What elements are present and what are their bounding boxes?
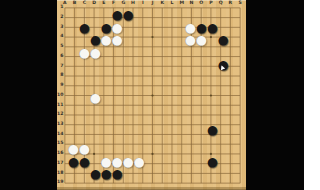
intersection-Q8[interactable]: [218, 78, 229, 85]
intersection-L12[interactable]: [169, 111, 177, 118]
intersection-Q16[interactable]: [218, 143, 229, 156]
intersection-Q7[interactable]: [218, 72, 229, 79]
intersection-M8[interactable]: [177, 78, 185, 85]
intersection-S2[interactable]: [237, 9, 245, 22]
intersection-H7[interactable]: [134, 72, 145, 79]
intersection-C3[interactable]: ●: [79, 22, 90, 35]
intersection-R6[interactable]: [229, 59, 237, 72]
intersection-O8[interactable]: [196, 78, 207, 85]
intersection-J15[interactable]: [153, 137, 161, 144]
intersection-L11[interactable]: [169, 104, 177, 111]
intersection-C1[interactable]: [79, 3, 90, 10]
intersection-M18[interactable]: [177, 168, 185, 181]
intersection-K2[interactable]: [161, 9, 169, 22]
intersection-L13[interactable]: [169, 118, 177, 125]
intersection-O15[interactable]: [196, 137, 207, 144]
intersection-E4[interactable]: ●: [101, 34, 112, 47]
intersection-O10[interactable]: [196, 92, 207, 105]
intersection-R18[interactable]: [229, 168, 237, 181]
intersection-K3[interactable]: [161, 22, 169, 35]
intersection-Q12[interactable]: [218, 111, 229, 118]
intersection-O17[interactable]: [196, 156, 207, 169]
intersection-N11[interactable]: [185, 104, 196, 111]
intersection-H13[interactable]: [134, 118, 145, 125]
intersection-B14[interactable]: [68, 124, 79, 137]
intersection-F15[interactable]: [112, 137, 123, 144]
intersection-D18[interactable]: ●: [90, 168, 101, 181]
intersection-N7[interactable]: [185, 72, 196, 79]
intersection-H11[interactable]: [134, 104, 145, 111]
intersection-S12[interactable]: [237, 111, 245, 118]
intersection-P17[interactable]: ●: [207, 156, 218, 169]
intersection-J4[interactable]: [153, 34, 161, 47]
intersection-S17[interactable]: [237, 156, 245, 169]
intersection-S14[interactable]: [237, 124, 245, 137]
intersection-M13[interactable]: [177, 118, 185, 125]
intersection-L4[interactable]: [169, 34, 177, 47]
intersection-K4[interactable]: [161, 34, 169, 47]
intersection-K6[interactable]: [161, 59, 169, 72]
intersection-S13[interactable]: [237, 118, 245, 125]
intersection-I16[interactable]: [145, 143, 153, 156]
intersection-G2[interactable]: ●: [123, 9, 134, 22]
intersection-B11[interactable]: [68, 104, 79, 111]
intersection-J18[interactable]: [153, 168, 161, 181]
intersection-I6[interactable]: [145, 59, 153, 72]
intersection-Q11[interactable]: [218, 104, 229, 111]
intersection-P14[interactable]: ●: [207, 124, 218, 137]
intersection-P1[interactable]: [207, 3, 218, 10]
intersection-I17[interactable]: [145, 156, 153, 169]
intersection-J9[interactable]: [153, 85, 161, 92]
intersection-F9[interactable]: [112, 85, 123, 92]
intersection-A5[interactable]: [60, 47, 68, 60]
intersection-P3[interactable]: ●: [207, 22, 218, 35]
intersection-G10[interactable]: [123, 92, 134, 105]
intersection-H15[interactable]: [134, 137, 145, 144]
intersection-M7[interactable]: [177, 72, 185, 79]
intersection-S15[interactable]: [237, 137, 245, 144]
intersection-I10[interactable]: [145, 92, 153, 105]
intersection-N15[interactable]: [185, 137, 196, 144]
intersection-O13[interactable]: [196, 118, 207, 125]
intersection-B4[interactable]: [68, 34, 79, 47]
intersection-N8[interactable]: [185, 78, 196, 85]
intersection-S18[interactable]: [237, 168, 245, 181]
intersection-F6[interactable]: [112, 59, 123, 72]
intersection-G9[interactable]: [123, 85, 134, 92]
intersection-G6[interactable]: [123, 59, 134, 72]
intersection-C5[interactable]: ●: [79, 47, 90, 60]
intersection-K18[interactable]: [161, 168, 169, 181]
intersection-K16[interactable]: [161, 143, 169, 156]
intersection-R2[interactable]: [229, 9, 237, 22]
intersection-N12[interactable]: [185, 111, 196, 118]
intersection-N13[interactable]: [185, 118, 196, 125]
intersection-F4[interactable]: ●: [112, 34, 123, 47]
intersection-P15[interactable]: [207, 137, 218, 144]
intersection-G17[interactable]: ●: [123, 156, 134, 169]
intersection-R10[interactable]: [229, 92, 237, 105]
intersection-Q2[interactable]: [218, 9, 229, 22]
intersection-D13[interactable]: [90, 118, 101, 125]
intersection-L18[interactable]: [169, 168, 177, 181]
intersection-P18[interactable]: [207, 168, 218, 181]
intersection-B9[interactable]: [68, 85, 79, 92]
intersection-M9[interactable]: [177, 85, 185, 92]
intersection-C9[interactable]: [79, 85, 90, 92]
intersection-D16[interactable]: [90, 143, 101, 156]
intersection-C14[interactable]: [79, 124, 90, 137]
intersection-R13[interactable]: [229, 118, 237, 125]
intersection-Q18[interactable]: [218, 168, 229, 181]
intersection-R5[interactable]: [229, 47, 237, 60]
intersection-L2[interactable]: [169, 9, 177, 22]
intersection-A9[interactable]: [60, 85, 68, 92]
intersection-F10[interactable]: [112, 92, 123, 105]
intersection-Q13[interactable]: [218, 118, 229, 125]
intersection-A7[interactable]: [60, 72, 68, 79]
intersection-P4[interactable]: [207, 34, 218, 47]
intersection-G14[interactable]: [123, 124, 134, 137]
intersection-M17[interactable]: [177, 156, 185, 169]
intersection-E13[interactable]: [101, 118, 112, 125]
intersection-E12[interactable]: [101, 111, 112, 118]
intersection-Q4[interactable]: ●: [218, 34, 229, 47]
intersection-A4[interactable]: [60, 34, 68, 47]
intersection-K7[interactable]: [161, 72, 169, 79]
intersection-H12[interactable]: [134, 111, 145, 118]
intersection-D10[interactable]: ●: [90, 92, 101, 105]
intersection-H9[interactable]: [134, 85, 145, 92]
intersection-I8[interactable]: [145, 78, 153, 85]
intersection-J5[interactable]: [153, 47, 161, 60]
intersection-O9[interactable]: [196, 85, 207, 92]
intersection-R7[interactable]: [229, 72, 237, 79]
intersection-S11[interactable]: [237, 104, 245, 111]
intersection-J17[interactable]: [153, 156, 161, 169]
intersection-O6[interactable]: [196, 59, 207, 72]
intersection-H18[interactable]: [134, 168, 145, 181]
intersection-L1[interactable]: [169, 3, 177, 10]
intersection-M4[interactable]: [177, 34, 185, 47]
intersection-I5[interactable]: [145, 47, 153, 60]
intersection-A3[interactable]: [60, 22, 68, 35]
intersection-M6[interactable]: [177, 59, 185, 72]
intersection-S16[interactable]: [237, 143, 245, 156]
intersection-R14[interactable]: [229, 124, 237, 137]
intersection-L7[interactable]: [169, 72, 177, 79]
intersection-H8[interactable]: [134, 78, 145, 85]
intersection-B10[interactable]: [68, 92, 79, 105]
intersection-Q14[interactable]: [218, 124, 229, 137]
intersection-O12[interactable]: [196, 111, 207, 118]
intersection-I15[interactable]: [145, 137, 153, 144]
intersection-Q1[interactable]: [218, 3, 229, 10]
intersection-L6[interactable]: [169, 59, 177, 72]
intersection-A6[interactable]: [60, 59, 68, 72]
intersection-L15[interactable]: [169, 137, 177, 144]
intersection-A13[interactable]: [60, 118, 68, 125]
intersection-J3[interactable]: [153, 22, 161, 35]
intersection-I12[interactable]: [145, 111, 153, 118]
intersection-M16[interactable]: [177, 143, 185, 156]
intersection-M2[interactable]: [177, 9, 185, 22]
intersection-N16[interactable]: [185, 143, 196, 156]
intersection-D14[interactable]: [90, 124, 101, 137]
intersection-E7[interactable]: [101, 72, 112, 79]
intersection-L9[interactable]: [169, 85, 177, 92]
intersection-L3[interactable]: [169, 22, 177, 35]
intersection-H5[interactable]: [134, 47, 145, 60]
intersection-G8[interactable]: [123, 78, 134, 85]
intersection-K5[interactable]: [161, 47, 169, 60]
intersection-M3[interactable]: [177, 22, 185, 35]
intersection-D7[interactable]: [90, 72, 101, 79]
intersection-P9[interactable]: [207, 85, 218, 92]
intersection-K17[interactable]: [161, 156, 169, 169]
intersection-D6[interactable]: [90, 59, 101, 72]
intersection-B13[interactable]: [68, 118, 79, 125]
intersection-G4[interactable]: [123, 34, 134, 47]
intersection-A8[interactable]: [60, 78, 68, 85]
intersection-A1[interactable]: [60, 3, 68, 10]
intersection-Q10[interactable]: [218, 92, 229, 105]
intersection-E10[interactable]: [101, 92, 112, 105]
intersection-J11[interactable]: [153, 104, 161, 111]
intersection-D5[interactable]: ●: [90, 47, 101, 60]
intersection-N6[interactable]: [185, 59, 196, 72]
intersection-I14[interactable]: [145, 124, 153, 137]
intersection-L14[interactable]: [169, 124, 177, 137]
intersection-J6[interactable]: [153, 59, 161, 72]
intersection-K12[interactable]: [161, 111, 169, 118]
intersection-L16[interactable]: [169, 143, 177, 156]
intersection-I18[interactable]: [145, 168, 153, 181]
intersection-B5[interactable]: [68, 47, 79, 60]
intersection-O4[interactable]: ●: [196, 34, 207, 47]
intersection-B18[interactable]: [68, 168, 79, 181]
intersection-B12[interactable]: [68, 111, 79, 118]
intersection-S6[interactable]: [237, 59, 245, 72]
intersection-J13[interactable]: [153, 118, 161, 125]
intersection-K10[interactable]: [161, 92, 169, 105]
intersection-Q9[interactable]: [218, 85, 229, 92]
intersection-M14[interactable]: [177, 124, 185, 137]
intersection-F14[interactable]: [112, 124, 123, 137]
intersection-I3[interactable]: [145, 22, 153, 35]
intersection-G15[interactable]: [123, 137, 134, 144]
intersection-D12[interactable]: [90, 111, 101, 118]
intersection-C17[interactable]: ●: [79, 156, 90, 169]
intersection-C11[interactable]: [79, 104, 90, 111]
intersection-F8[interactable]: [112, 78, 123, 85]
intersection-F18[interactable]: ●: [112, 168, 123, 181]
intersection-B6[interactable]: [68, 59, 79, 72]
intersection-J16[interactable]: [153, 143, 161, 156]
intersection-C7[interactable]: [79, 72, 90, 79]
intersection-D2[interactable]: [90, 9, 101, 22]
intersection-R17[interactable]: [229, 156, 237, 169]
intersection-G12[interactable]: [123, 111, 134, 118]
intersection-A11[interactable]: [60, 104, 68, 111]
intersection-C6[interactable]: [79, 59, 90, 72]
intersection-I11[interactable]: [145, 104, 153, 111]
intersection-A17[interactable]: [60, 156, 68, 169]
intersection-M12[interactable]: [177, 111, 185, 118]
intersection-N4[interactable]: ●: [185, 34, 196, 47]
intersection-J12[interactable]: [153, 111, 161, 118]
intersection-I4[interactable]: [145, 34, 153, 47]
intersection-G18[interactable]: [123, 168, 134, 181]
intersection-H3[interactable]: [134, 22, 145, 35]
intersection-D1[interactable]: [90, 3, 101, 10]
intersection-J1[interactable]: [153, 3, 161, 10]
intersection-N14[interactable]: [185, 124, 196, 137]
intersection-K8[interactable]: [161, 78, 169, 85]
intersection-K15[interactable]: [161, 137, 169, 144]
intersection-D8[interactable]: [90, 78, 101, 85]
intersection-S1[interactable]: [237, 3, 245, 10]
intersection-R15[interactable]: [229, 137, 237, 144]
intersection-K13[interactable]: [161, 118, 169, 125]
intersection-B3[interactable]: [68, 22, 79, 35]
intersection-I9[interactable]: [145, 85, 153, 92]
intersection-P6[interactable]: [207, 59, 218, 72]
intersection-L5[interactable]: [169, 47, 177, 60]
intersection-P7[interactable]: [207, 72, 218, 79]
intersection-O11[interactable]: [196, 104, 207, 111]
intersection-H6[interactable]: [134, 59, 145, 72]
intersection-S7[interactable]: [237, 72, 245, 79]
intersection-E9[interactable]: [101, 85, 112, 92]
intersection-M11[interactable]: [177, 104, 185, 111]
intersection-E18[interactable]: ●: [101, 168, 112, 181]
intersection-I7[interactable]: [145, 72, 153, 79]
intersection-N1[interactable]: [185, 3, 196, 10]
intersection-Q15[interactable]: [218, 137, 229, 144]
intersection-L10[interactable]: [169, 92, 177, 105]
intersection-R1[interactable]: [229, 3, 237, 10]
intersection-J7[interactable]: [153, 72, 161, 79]
intersection-Q17[interactable]: [218, 156, 229, 169]
intersection-D11[interactable]: [90, 104, 101, 111]
intersection-N5[interactable]: [185, 47, 196, 60]
intersection-L17[interactable]: [169, 156, 177, 169]
intersection-A12[interactable]: [60, 111, 68, 118]
intersection-F5[interactable]: [112, 47, 123, 60]
intersection-M10[interactable]: [177, 92, 185, 105]
intersection-R4[interactable]: [229, 34, 237, 47]
intersection-C12[interactable]: [79, 111, 90, 118]
intersection-P11[interactable]: [207, 104, 218, 111]
intersection-M1[interactable]: [177, 3, 185, 10]
intersection-N17[interactable]: [185, 156, 196, 169]
intersection-A2[interactable]: [60, 9, 68, 22]
intersection-O14[interactable]: [196, 124, 207, 137]
intersection-J10[interactable]: [153, 92, 161, 105]
intersection-O7[interactable]: [196, 72, 207, 79]
intersection-B8[interactable]: [68, 78, 79, 85]
intersection-S4[interactable]: [237, 34, 245, 47]
intersection-F13[interactable]: [112, 118, 123, 125]
intersection-O16[interactable]: [196, 143, 207, 156]
intersection-H4[interactable]: [134, 34, 145, 47]
intersection-E6[interactable]: [101, 59, 112, 72]
intersection-B7[interactable]: [68, 72, 79, 79]
intersection-K11[interactable]: [161, 104, 169, 111]
intersection-C18[interactable]: [79, 168, 90, 181]
intersection-G11[interactable]: [123, 104, 134, 111]
intersection-L8[interactable]: [169, 78, 177, 85]
intersection-B2[interactable]: [68, 9, 79, 22]
intersection-M5[interactable]: [177, 47, 185, 60]
intersection-F11[interactable]: [112, 104, 123, 111]
intersection-O18[interactable]: [196, 168, 207, 181]
intersection-R9[interactable]: [229, 85, 237, 92]
intersection-H14[interactable]: [134, 124, 145, 137]
intersection-S5[interactable]: [237, 47, 245, 60]
intersection-J14[interactable]: [153, 124, 161, 137]
intersection-O1[interactable]: [196, 3, 207, 10]
intersection-G7[interactable]: [123, 72, 134, 79]
intersection-B1[interactable]: [68, 3, 79, 10]
intersection-R8[interactable]: [229, 78, 237, 85]
intersection-H17[interactable]: ●: [134, 156, 145, 169]
intersection-C8[interactable]: [79, 78, 90, 85]
intersection-G5[interactable]: [123, 47, 134, 60]
intersection-P12[interactable]: [207, 111, 218, 118]
intersection-A10[interactable]: [60, 92, 68, 105]
intersection-P8[interactable]: [207, 78, 218, 85]
intersection-C13[interactable]: [79, 118, 90, 125]
intersection-G13[interactable]: [123, 118, 134, 125]
intersection-R12[interactable]: [229, 111, 237, 118]
intersection-S3[interactable]: [237, 22, 245, 35]
intersection-D15[interactable]: [90, 137, 101, 144]
intersection-J2[interactable]: [153, 9, 161, 22]
intersection-N9[interactable]: [185, 85, 196, 92]
intersection-H1[interactable]: [134, 3, 145, 10]
intersection-A16[interactable]: [60, 143, 68, 156]
intersection-A15[interactable]: [60, 137, 68, 144]
intersection-R11[interactable]: [229, 104, 237, 111]
intersection-N10[interactable]: [185, 92, 196, 105]
intersection-S9[interactable]: [237, 85, 245, 92]
intersection-A14[interactable]: [60, 124, 68, 137]
intersection-R16[interactable]: [229, 143, 237, 156]
intersection-O5[interactable]: [196, 47, 207, 60]
intersection-G3[interactable]: [123, 22, 134, 35]
intersection-I13[interactable]: [145, 118, 153, 125]
intersection-K9[interactable]: [161, 85, 169, 92]
intersection-R3[interactable]: [229, 22, 237, 35]
intersection-C10[interactable]: [79, 92, 90, 105]
intersection-F12[interactable]: [112, 111, 123, 118]
intersection-M15[interactable]: [177, 137, 185, 144]
intersection-E11[interactable]: [101, 104, 112, 111]
intersection-S10[interactable]: [237, 92, 245, 105]
intersection-F7[interactable]: [112, 72, 123, 79]
intersection-E1[interactable]: [101, 3, 112, 10]
intersection-E5[interactable]: [101, 47, 112, 60]
intersection-A18[interactable]: [60, 168, 68, 181]
intersection-B17[interactable]: ●: [68, 156, 79, 169]
intersection-E14[interactable]: [101, 124, 112, 137]
intersection-N18[interactable]: [185, 168, 196, 181]
intersection-J8[interactable]: [153, 78, 161, 85]
intersection-H2[interactable]: [134, 9, 145, 22]
